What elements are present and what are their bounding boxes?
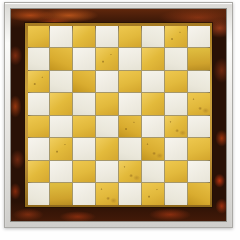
square-h3	[188, 138, 210, 160]
square-h5	[188, 93, 210, 115]
square-f7	[142, 48, 164, 70]
square-h4	[188, 116, 210, 138]
square-b2	[50, 161, 72, 183]
square-a1	[28, 183, 50, 205]
square-c8	[73, 26, 95, 48]
square-c3	[73, 138, 95, 160]
square-e4	[119, 116, 141, 138]
square-g1	[165, 183, 187, 205]
square-a7	[28, 48, 50, 70]
product-photo	[0, 0, 240, 240]
square-a4	[28, 116, 50, 138]
square-c2	[73, 161, 95, 183]
chrome-outer-frame	[4, 2, 233, 228]
square-e6	[119, 71, 141, 93]
square-d1	[96, 183, 118, 205]
square-h8	[188, 26, 210, 48]
square-e1	[119, 183, 141, 205]
square-e3	[119, 138, 141, 160]
square-f5	[142, 93, 164, 115]
square-g5	[165, 93, 187, 115]
square-d6	[96, 71, 118, 93]
brass-inner-trim	[25, 23, 212, 207]
square-c6	[73, 71, 95, 93]
square-e8	[119, 26, 141, 48]
square-g2	[165, 161, 187, 183]
square-d8	[96, 26, 118, 48]
square-a8	[28, 26, 50, 48]
tortoiseshell-frame	[11, 9, 226, 221]
square-a2	[28, 161, 50, 183]
square-d4	[96, 116, 118, 138]
square-b5	[50, 93, 72, 115]
square-h2	[188, 161, 210, 183]
square-g6	[165, 71, 187, 93]
square-c7	[73, 48, 95, 70]
square-b7	[50, 48, 72, 70]
square-d7	[96, 48, 118, 70]
square-g8	[165, 26, 187, 48]
square-h7	[188, 48, 210, 70]
square-c4	[73, 116, 95, 138]
square-c5	[73, 93, 95, 115]
square-e5	[119, 93, 141, 115]
square-e7	[119, 48, 141, 70]
square-c1	[73, 183, 95, 205]
square-b8	[50, 26, 72, 48]
square-d5	[96, 93, 118, 115]
square-b6	[50, 71, 72, 93]
square-f8	[142, 26, 164, 48]
square-f3	[142, 138, 164, 160]
square-g3	[165, 138, 187, 160]
square-a6	[28, 71, 50, 93]
square-f2	[142, 161, 164, 183]
square-h6	[188, 71, 210, 93]
square-d2	[96, 161, 118, 183]
square-e2	[119, 161, 141, 183]
square-f4	[142, 116, 164, 138]
square-h1	[188, 183, 210, 205]
square-b1	[50, 183, 72, 205]
square-a5	[28, 93, 50, 115]
square-d3	[96, 138, 118, 160]
square-g4	[165, 116, 187, 138]
chessboard	[28, 26, 210, 205]
square-g7	[165, 48, 187, 70]
square-a3	[28, 138, 50, 160]
square-b4	[50, 116, 72, 138]
square-f6	[142, 71, 164, 93]
square-b3	[50, 138, 72, 160]
square-f1	[142, 183, 164, 205]
